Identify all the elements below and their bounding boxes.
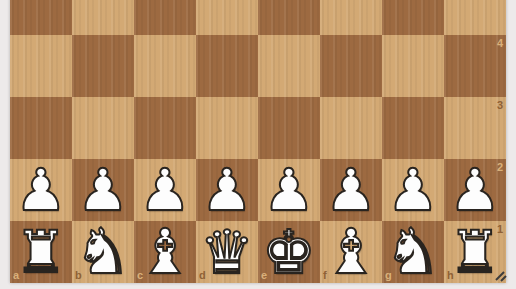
rank-label-3: 3: [497, 100, 503, 111]
piece-white-pawn[interactable]: ♟: [387, 159, 439, 221]
piece-white-bishop[interactable]: ♝: [323, 221, 379, 283]
square-c5[interactable]: [134, 0, 196, 35]
square-a1[interactable]: ♜a: [10, 221, 72, 283]
square-g5[interactable]: [382, 0, 444, 35]
board-resize-handle-icon[interactable]: [495, 270, 507, 282]
square-e3[interactable]: [258, 97, 320, 159]
square-d4[interactable]: [196, 35, 258, 97]
piece-white-pawn[interactable]: ♟: [77, 159, 129, 221]
square-g4[interactable]: [382, 35, 444, 97]
square-b3[interactable]: [72, 97, 134, 159]
piece-white-knight[interactable]: ♞: [385, 221, 441, 283]
square-b4[interactable]: [72, 35, 134, 97]
square-e4[interactable]: [258, 35, 320, 97]
square-f3[interactable]: [320, 97, 382, 159]
piece-white-knight[interactable]: ♞: [75, 221, 131, 283]
piece-white-pawn[interactable]: ♟: [15, 159, 67, 221]
square-h5[interactable]: [444, 0, 506, 35]
square-b5[interactable]: [72, 0, 134, 35]
square-c2[interactable]: ♟: [134, 159, 196, 221]
square-e5[interactable]: [258, 0, 320, 35]
square-a4[interactable]: [10, 35, 72, 97]
piece-white-pawn[interactable]: ♟: [201, 159, 253, 221]
square-b2[interactable]: ♟: [72, 159, 134, 221]
piece-white-pawn[interactable]: ♟: [139, 159, 191, 221]
piece-white-bishop[interactable]: ♝: [137, 221, 193, 283]
square-f4[interactable]: [320, 35, 382, 97]
square-d5[interactable]: [196, 0, 258, 35]
square-g2[interactable]: ♟: [382, 159, 444, 221]
square-f1[interactable]: ♝f: [320, 221, 382, 283]
piece-white-rook[interactable]: ♜: [449, 221, 501, 283]
piece-white-queen[interactable]: ♛: [200, 221, 254, 283]
square-f5[interactable]: [320, 0, 382, 35]
piece-white-pawn[interactable]: ♟: [449, 159, 501, 221]
square-a2[interactable]: ♟: [10, 159, 72, 221]
square-e1[interactable]: ♚e: [258, 221, 320, 283]
square-d3[interactable]: [196, 97, 258, 159]
square-c4[interactable]: [134, 35, 196, 97]
board-viewport: 43♟♟♟♟♟♟♟♟2♜a♞b♝c♛d♚e♝f♞g♜1h: [0, 0, 516, 289]
square-d1[interactable]: ♛d: [196, 221, 258, 283]
square-h4[interactable]: 4: [444, 35, 506, 97]
square-f2[interactable]: ♟: [320, 159, 382, 221]
square-h2[interactable]: ♟2: [444, 159, 506, 221]
square-b1[interactable]: ♞b: [72, 221, 134, 283]
square-a5[interactable]: [10, 0, 72, 35]
piece-white-pawn[interactable]: ♟: [325, 159, 377, 221]
piece-white-pawn[interactable]: ♟: [263, 159, 315, 221]
square-g3[interactable]: [382, 97, 444, 159]
square-c3[interactable]: [134, 97, 196, 159]
square-d2[interactable]: ♟: [196, 159, 258, 221]
chess-board: 43♟♟♟♟♟♟♟♟2♜a♞b♝c♛d♚e♝f♞g♜1h: [10, 0, 506, 283]
square-c1[interactable]: ♝c: [134, 221, 196, 283]
square-g1[interactable]: ♞g: [382, 221, 444, 283]
square-a3[interactable]: [10, 97, 72, 159]
piece-white-rook[interactable]: ♜: [15, 221, 67, 283]
piece-white-king[interactable]: ♚: [262, 221, 316, 283]
rank-label-4: 4: [497, 38, 503, 49]
square-h3[interactable]: 3: [444, 97, 506, 159]
square-e2[interactable]: ♟: [258, 159, 320, 221]
